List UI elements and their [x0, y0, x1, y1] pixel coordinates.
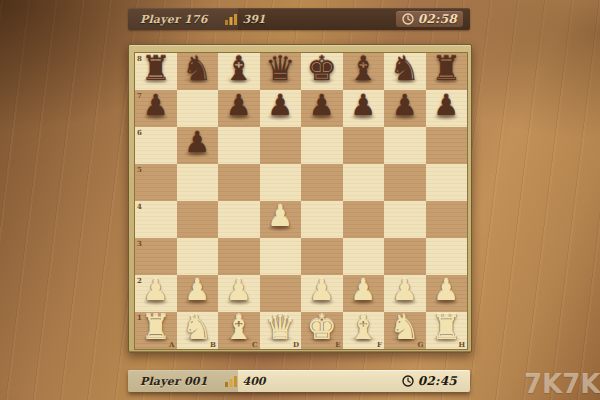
- rank-label-5: 5: [137, 165, 142, 174]
- square-d6[interactable]: [260, 127, 302, 164]
- square-b3[interactable]: [177, 238, 219, 275]
- piece-white-pawn[interactable]: ♟: [177, 272, 219, 309]
- square-b6[interactable]: ♟: [177, 127, 219, 164]
- square-c6[interactable]: [218, 127, 260, 164]
- opponent-clock: 02:58: [396, 11, 463, 27]
- player-clock: 02:45: [396, 373, 463, 389]
- piece-black-bishop[interactable]: ♝: [218, 50, 260, 87]
- square-c3[interactable]: [218, 238, 260, 275]
- square-c5[interactable]: [218, 164, 260, 201]
- square-g1[interactable]: G♞: [384, 312, 426, 349]
- piece-black-pawn[interactable]: ♟: [384, 87, 426, 124]
- square-f3[interactable]: [343, 238, 385, 275]
- piece-black-bishop[interactable]: ♝: [343, 50, 385, 87]
- square-f8[interactable]: ♝: [343, 53, 385, 90]
- bar-chart-icon: [225, 14, 238, 25]
- square-e4[interactable]: [301, 201, 343, 238]
- piece-black-rook[interactable]: ♜: [426, 50, 468, 87]
- piece-white-pawn[interactable]: ♟: [260, 198, 302, 235]
- square-d5[interactable]: [260, 164, 302, 201]
- square-g7[interactable]: ♟: [384, 90, 426, 127]
- square-g6[interactable]: [384, 127, 426, 164]
- square-h5[interactable]: [426, 164, 468, 201]
- chess-board: 8♜♞♝♛♚♝♞♜7♟♟♟♟♟♟♟6♟54♟32♟♟♟♟♟♟♟1A♜B♞C♝D♛…: [135, 53, 467, 349]
- square-f1[interactable]: F♝: [343, 312, 385, 349]
- clock-icon: [402, 13, 414, 25]
- square-d7[interactable]: ♟: [260, 90, 302, 127]
- square-d8[interactable]: ♛: [260, 53, 302, 90]
- opponent-rating: 391: [243, 13, 266, 26]
- piece-black-pawn[interactable]: ♟: [426, 87, 468, 124]
- square-e5[interactable]: [301, 164, 343, 201]
- rank-label-3: 3: [137, 239, 142, 248]
- piece-white-king[interactable]: ♚: [301, 309, 343, 346]
- piece-black-pawn[interactable]: ♟: [177, 124, 219, 161]
- piece-white-queen[interactable]: ♛: [260, 309, 302, 346]
- square-g8[interactable]: ♞: [384, 53, 426, 90]
- piece-black-pawn[interactable]: ♟: [218, 87, 260, 124]
- square-d4[interactable]: ♟: [260, 201, 302, 238]
- square-h7[interactable]: ♟: [426, 90, 468, 127]
- square-a5[interactable]: 5: [135, 164, 177, 201]
- watermark-logo: 7K7K: [524, 369, 600, 399]
- square-d3[interactable]: [260, 238, 302, 275]
- square-f7[interactable]: ♟: [343, 90, 385, 127]
- square-g5[interactable]: [384, 164, 426, 201]
- square-h6[interactable]: [426, 127, 468, 164]
- player-bar: Player 001 400 02:45: [128, 370, 470, 392]
- bar-chart-icon: [225, 376, 238, 387]
- square-g3[interactable]: [384, 238, 426, 275]
- piece-black-pawn[interactable]: ♟: [135, 87, 177, 124]
- square-d1[interactable]: D♛: [260, 312, 302, 349]
- square-a7[interactable]: 7♟: [135, 90, 177, 127]
- square-e6[interactable]: [301, 127, 343, 164]
- square-c8[interactable]: ♝: [218, 53, 260, 90]
- square-a4[interactable]: 4: [135, 201, 177, 238]
- square-f5[interactable]: [343, 164, 385, 201]
- square-h4[interactable]: [426, 201, 468, 238]
- piece-white-knight[interactable]: ♞: [177, 309, 219, 346]
- piece-white-knight[interactable]: ♞: [384, 309, 426, 346]
- player-name: Player 001: [140, 375, 208, 388]
- piece-black-queen[interactable]: ♛: [260, 50, 302, 87]
- piece-black-pawn[interactable]: ♟: [343, 87, 385, 124]
- opponent-clock-time: 02:58: [418, 12, 457, 26]
- piece-white-pawn[interactable]: ♟: [426, 272, 468, 309]
- piece-white-pawn[interactable]: ♟: [135, 272, 177, 309]
- square-a6[interactable]: 6: [135, 127, 177, 164]
- piece-white-pawn[interactable]: ♟: [384, 272, 426, 309]
- piece-white-bishop[interactable]: ♝: [218, 309, 260, 346]
- piece-white-bishop[interactable]: ♝: [343, 309, 385, 346]
- piece-black-rook[interactable]: ♜: [135, 50, 177, 87]
- square-f6[interactable]: [343, 127, 385, 164]
- square-h8[interactable]: ♜: [426, 53, 468, 90]
- player-rating: 400: [243, 375, 266, 388]
- opponent-name: Player 176: [140, 13, 208, 26]
- square-a1[interactable]: 1A♜: [135, 312, 177, 349]
- player-clock-time: 02:45: [418, 374, 457, 388]
- square-f4[interactable]: [343, 201, 385, 238]
- piece-white-rook[interactable]: ♜: [426, 309, 468, 346]
- piece-white-rook[interactable]: ♜: [135, 309, 177, 346]
- square-e7[interactable]: ♟: [301, 90, 343, 127]
- clock-icon: [402, 375, 414, 387]
- piece-white-pawn[interactable]: ♟: [218, 272, 260, 309]
- square-e1[interactable]: E♚: [301, 312, 343, 349]
- piece-black-pawn[interactable]: ♟: [260, 87, 302, 124]
- piece-black-knight[interactable]: ♞: [384, 50, 426, 87]
- square-b1[interactable]: B♞: [177, 312, 219, 349]
- piece-white-pawn[interactable]: ♟: [301, 272, 343, 309]
- piece-black-king[interactable]: ♚: [301, 50, 343, 87]
- square-g4[interactable]: [384, 201, 426, 238]
- square-c1[interactable]: C♝: [218, 312, 260, 349]
- square-b7[interactable]: [177, 90, 219, 127]
- square-a3[interactable]: 3: [135, 238, 177, 275]
- piece-white-pawn[interactable]: ♟: [343, 272, 385, 309]
- rank-label-6: 6: [137, 128, 142, 137]
- opponent-bar: Player 176 391 02:58: [128, 8, 470, 30]
- chess-game-scene: Player 176 391 02:58 8♜♞♝♛♚♝♞♜7♟♟♟♟♟♟♟6♟…: [0, 0, 600, 400]
- square-c4[interactable]: [218, 201, 260, 238]
- square-e8[interactable]: ♚: [301, 53, 343, 90]
- square-c7[interactable]: ♟: [218, 90, 260, 127]
- square-b4[interactable]: [177, 201, 219, 238]
- chess-board-frame: 8♜♞♝♛♚♝♞♜7♟♟♟♟♟♟♟6♟54♟32♟♟♟♟♟♟♟1A♜B♞C♝D♛…: [128, 44, 472, 353]
- square-h3[interactable]: [426, 238, 468, 275]
- square-e3[interactable]: [301, 238, 343, 275]
- rank-label-4: 4: [137, 202, 142, 211]
- square-b5[interactable]: [177, 164, 219, 201]
- piece-black-pawn[interactable]: ♟: [301, 87, 343, 124]
- piece-black-knight[interactable]: ♞: [177, 50, 219, 87]
- square-a8[interactable]: 8♜: [135, 53, 177, 90]
- square-h1[interactable]: H♜: [426, 312, 468, 349]
- square-b8[interactable]: ♞: [177, 53, 219, 90]
